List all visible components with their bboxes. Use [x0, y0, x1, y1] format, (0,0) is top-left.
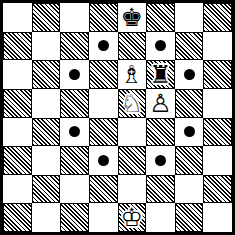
move-dot-icon	[184, 126, 195, 137]
square-d3[interactable]	[89, 146, 118, 175]
piece-white-king-icon[interactable]: ♚︎♔︎	[119, 204, 146, 231]
square-g5[interactable]	[175, 89, 204, 118]
square-b6[interactable]	[32, 60, 61, 89]
square-d4[interactable]	[89, 118, 118, 147]
square-c4[interactable]	[60, 118, 89, 147]
square-c3[interactable]	[60, 146, 89, 175]
square-c8[interactable]	[60, 3, 89, 32]
piece-glyph: ♚︎	[118, 3, 147, 32]
square-g3[interactable]	[175, 146, 204, 175]
square-d6[interactable]	[89, 60, 118, 89]
move-dot-icon	[155, 155, 166, 166]
piece-black-king-icon[interactable]: ♚︎♚︎	[118, 3, 147, 32]
move-dot-icon	[155, 40, 166, 51]
piece-glyph: ♙︎	[146, 89, 175, 118]
square-b3[interactable]	[32, 146, 61, 175]
chess-diagram: ♚︎♚︎♝︎♗︎♜︎♜︎♞︎♘︎♟︎♙︎♚︎♔︎	[0, 0, 235, 235]
piece-glyph: ♔︎	[119, 204, 146, 231]
square-c1[interactable]	[60, 203, 89, 232]
square-g7[interactable]	[175, 32, 204, 61]
piece-glyph: ♜︎	[147, 61, 174, 88]
square-a3[interactable]	[3, 146, 32, 175]
square-a6[interactable]	[3, 60, 32, 89]
square-f6[interactable]: ♜︎♜︎	[146, 60, 175, 89]
square-b4[interactable]	[32, 118, 61, 147]
square-g4[interactable]	[175, 118, 204, 147]
square-c5[interactable]	[60, 89, 89, 118]
square-a4[interactable]	[3, 118, 32, 147]
piece-white-bishop-icon[interactable]: ♝︎♗︎	[118, 60, 147, 89]
square-f2[interactable]	[146, 175, 175, 204]
square-a1[interactable]	[3, 203, 32, 232]
square-g8[interactable]	[175, 3, 204, 32]
square-a8[interactable]	[3, 3, 32, 32]
square-h7[interactable]	[203, 32, 232, 61]
chess-board: ♚︎♚︎♝︎♗︎♜︎♜︎♞︎♘︎♟︎♙︎♚︎♔︎	[0, 0, 235, 235]
move-dot-icon	[69, 126, 80, 137]
square-a7[interactable]	[3, 32, 32, 61]
square-h8[interactable]	[203, 3, 232, 32]
square-b2[interactable]	[32, 175, 61, 204]
piece-white-knight-icon[interactable]: ♞︎♘︎	[119, 90, 146, 117]
square-h5[interactable]	[203, 89, 232, 118]
square-c2[interactable]	[60, 175, 89, 204]
move-dot-icon	[98, 40, 109, 51]
square-f7[interactable]	[146, 32, 175, 61]
square-b1[interactable]	[32, 203, 61, 232]
piece-white-pawn-icon[interactable]: ♟︎♙︎	[146, 89, 175, 118]
square-g1[interactable]	[175, 203, 204, 232]
square-d8[interactable]	[89, 3, 118, 32]
square-d7[interactable]	[89, 32, 118, 61]
square-a2[interactable]	[3, 175, 32, 204]
square-h4[interactable]	[203, 118, 232, 147]
square-d5[interactable]	[89, 89, 118, 118]
square-h1[interactable]	[203, 203, 232, 232]
square-e4[interactable]	[118, 118, 147, 147]
square-f5[interactable]: ♟︎♙︎	[146, 89, 175, 118]
square-e1[interactable]: ♚︎♔︎	[118, 203, 147, 232]
square-f3[interactable]	[146, 146, 175, 175]
square-e2[interactable]	[118, 175, 147, 204]
square-b5[interactable]	[32, 89, 61, 118]
square-h6[interactable]	[203, 60, 232, 89]
square-c7[interactable]	[60, 32, 89, 61]
piece-black-rook-icon[interactable]: ♜︎♜︎	[147, 61, 174, 88]
square-b7[interactable]	[32, 32, 61, 61]
square-c6[interactable]	[60, 60, 89, 89]
square-d1[interactable]	[89, 203, 118, 232]
square-g6[interactable]	[175, 60, 204, 89]
square-h3[interactable]	[203, 146, 232, 175]
piece-glyph: ♘︎	[119, 90, 146, 117]
piece-glyph: ♗︎	[118, 60, 147, 89]
square-a5[interactable]	[3, 89, 32, 118]
square-h2[interactable]	[203, 175, 232, 204]
move-dot-icon	[69, 69, 80, 80]
square-e5[interactable]: ♞︎♘︎	[118, 89, 147, 118]
square-b8[interactable]	[32, 3, 61, 32]
square-f1[interactable]	[146, 203, 175, 232]
square-e6[interactable]: ♝︎♗︎	[118, 60, 147, 89]
square-e3[interactable]	[118, 146, 147, 175]
square-f8[interactable]	[146, 3, 175, 32]
square-d2[interactable]	[89, 175, 118, 204]
square-f4[interactable]	[146, 118, 175, 147]
square-g2[interactable]	[175, 175, 204, 204]
move-dot-icon	[184, 69, 195, 80]
square-e8[interactable]: ♚︎♚︎	[118, 3, 147, 32]
move-dot-icon	[98, 155, 109, 166]
square-e7[interactable]	[118, 32, 147, 61]
